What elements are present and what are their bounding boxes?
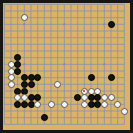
star-point — [23, 63, 25, 65]
white-stone — [81, 101, 88, 108]
white-stone — [54, 81, 61, 88]
go-board[interactable] — [0, 0, 133, 133]
star-point — [63, 63, 65, 65]
white-stone — [121, 108, 128, 115]
white-stone — [34, 101, 41, 108]
white-stone — [21, 14, 28, 21]
star-point — [63, 23, 65, 25]
black-stone — [21, 81, 28, 88]
black-stone — [88, 74, 95, 81]
white-stone — [61, 101, 68, 108]
star-point — [103, 63, 105, 65]
white-stone — [48, 101, 55, 108]
black-stone — [108, 21, 115, 28]
white-stone — [101, 101, 108, 108]
black-stone — [41, 114, 48, 121]
black-stone — [14, 61, 21, 68]
white-stone — [114, 101, 121, 108]
black-stone — [14, 68, 21, 75]
white-stone — [8, 81, 15, 88]
go-app-window — [0, 0, 133, 133]
star-point — [103, 23, 105, 25]
star-point — [23, 23, 25, 25]
black-stone — [28, 81, 35, 88]
white-stone — [108, 94, 115, 101]
black-stone — [108, 74, 115, 81]
black-stone — [21, 101, 28, 108]
